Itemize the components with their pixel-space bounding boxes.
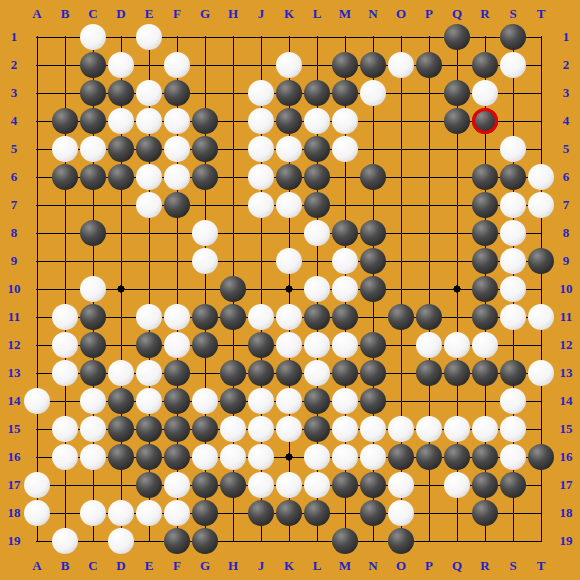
point-P16[interactable] [415, 443, 443, 471]
point-B8[interactable] [51, 219, 79, 247]
point-D17[interactable] [107, 471, 135, 499]
point-T16[interactable] [527, 443, 555, 471]
point-R17[interactable] [471, 471, 499, 499]
point-L13[interactable] [303, 359, 331, 387]
point-F10[interactable] [163, 275, 191, 303]
point-S14[interactable] [499, 387, 527, 415]
point-L4[interactable] [303, 107, 331, 135]
point-E15[interactable] [135, 415, 163, 443]
point-M10[interactable] [331, 275, 359, 303]
point-R4[interactable] [471, 107, 499, 135]
point-E14[interactable] [135, 387, 163, 415]
point-Q13[interactable] [443, 359, 471, 387]
point-P11[interactable] [415, 303, 443, 331]
point-R7[interactable] [471, 191, 499, 219]
point-P12[interactable] [415, 331, 443, 359]
point-L17[interactable] [303, 471, 331, 499]
point-F12[interactable] [163, 331, 191, 359]
point-S6[interactable] [499, 163, 527, 191]
point-Q11[interactable] [443, 303, 471, 331]
point-C2[interactable] [79, 51, 107, 79]
point-R18[interactable] [471, 499, 499, 527]
point-F17[interactable] [163, 471, 191, 499]
point-T19[interactable] [527, 527, 555, 555]
point-F2[interactable] [163, 51, 191, 79]
point-B12[interactable] [51, 331, 79, 359]
point-K5[interactable] [275, 135, 303, 163]
point-D5[interactable] [107, 135, 135, 163]
point-O8[interactable] [387, 219, 415, 247]
point-R11[interactable] [471, 303, 499, 331]
point-D12[interactable] [107, 331, 135, 359]
point-F8[interactable] [163, 219, 191, 247]
point-C4[interactable] [79, 107, 107, 135]
point-G15[interactable] [191, 415, 219, 443]
point-H4[interactable] [219, 107, 247, 135]
point-N18[interactable] [359, 499, 387, 527]
point-G12[interactable] [191, 331, 219, 359]
point-M19[interactable] [331, 527, 359, 555]
point-D11[interactable] [107, 303, 135, 331]
point-Q2[interactable] [443, 51, 471, 79]
point-P17[interactable] [415, 471, 443, 499]
point-T7[interactable] [527, 191, 555, 219]
point-L6[interactable] [303, 163, 331, 191]
point-J14[interactable] [247, 387, 275, 415]
point-Q12[interactable] [443, 331, 471, 359]
point-B4[interactable] [51, 107, 79, 135]
point-J18[interactable] [247, 499, 275, 527]
point-G4[interactable] [191, 107, 219, 135]
point-H2[interactable] [219, 51, 247, 79]
point-L3[interactable] [303, 79, 331, 107]
point-Q6[interactable] [443, 163, 471, 191]
point-P9[interactable] [415, 247, 443, 275]
point-C5[interactable] [79, 135, 107, 163]
point-S12[interactable] [499, 331, 527, 359]
point-H16[interactable] [219, 443, 247, 471]
point-S9[interactable] [499, 247, 527, 275]
point-B3[interactable] [51, 79, 79, 107]
point-H7[interactable] [219, 191, 247, 219]
point-K2[interactable] [275, 51, 303, 79]
point-R3[interactable] [471, 79, 499, 107]
point-D15[interactable] [107, 415, 135, 443]
point-D18[interactable] [107, 499, 135, 527]
point-O15[interactable] [387, 415, 415, 443]
point-N8[interactable] [359, 219, 387, 247]
point-L7[interactable] [303, 191, 331, 219]
point-C18[interactable] [79, 499, 107, 527]
point-Q18[interactable] [443, 499, 471, 527]
point-Q19[interactable] [443, 527, 471, 555]
point-N4[interactable] [359, 107, 387, 135]
point-T17[interactable] [527, 471, 555, 499]
point-K6[interactable] [275, 163, 303, 191]
point-G17[interactable] [191, 471, 219, 499]
point-J11[interactable] [247, 303, 275, 331]
point-R13[interactable] [471, 359, 499, 387]
point-R15[interactable] [471, 415, 499, 443]
point-H6[interactable] [219, 163, 247, 191]
point-C3[interactable] [79, 79, 107, 107]
point-N6[interactable] [359, 163, 387, 191]
point-E16[interactable] [135, 443, 163, 471]
point-G16[interactable] [191, 443, 219, 471]
point-L16[interactable] [303, 443, 331, 471]
point-F3[interactable] [163, 79, 191, 107]
point-D6[interactable] [107, 163, 135, 191]
point-M7[interactable] [331, 191, 359, 219]
point-M9[interactable] [331, 247, 359, 275]
point-J13[interactable] [247, 359, 275, 387]
point-B14[interactable] [51, 387, 79, 415]
point-E10[interactable] [135, 275, 163, 303]
point-K15[interactable] [275, 415, 303, 443]
point-L12[interactable] [303, 331, 331, 359]
point-G13[interactable] [191, 359, 219, 387]
point-S5[interactable] [499, 135, 527, 163]
point-B7[interactable] [51, 191, 79, 219]
point-K9[interactable] [275, 247, 303, 275]
point-G8[interactable] [191, 219, 219, 247]
point-B9[interactable] [51, 247, 79, 275]
point-T4[interactable] [527, 107, 555, 135]
point-H13[interactable] [219, 359, 247, 387]
point-S19[interactable] [499, 527, 527, 555]
point-C13[interactable] [79, 359, 107, 387]
point-F14[interactable] [163, 387, 191, 415]
point-J4[interactable] [247, 107, 275, 135]
point-H9[interactable] [219, 247, 247, 275]
point-M6[interactable] [331, 163, 359, 191]
point-C6[interactable] [79, 163, 107, 191]
point-J9[interactable] [247, 247, 275, 275]
point-D8[interactable] [107, 219, 135, 247]
point-C11[interactable] [79, 303, 107, 331]
point-O11[interactable] [387, 303, 415, 331]
point-M11[interactable] [331, 303, 359, 331]
point-K3[interactable] [275, 79, 303, 107]
point-L15[interactable] [303, 415, 331, 443]
point-D2[interactable] [107, 51, 135, 79]
point-K19[interactable] [275, 527, 303, 555]
point-H11[interactable] [219, 303, 247, 331]
point-L2[interactable] [303, 51, 331, 79]
point-P5[interactable] [415, 135, 443, 163]
point-G5[interactable] [191, 135, 219, 163]
point-Q3[interactable] [443, 79, 471, 107]
point-H5[interactable] [219, 135, 247, 163]
point-T2[interactable] [527, 51, 555, 79]
point-N7[interactable] [359, 191, 387, 219]
point-R10[interactable] [471, 275, 499, 303]
point-Q4[interactable] [443, 107, 471, 135]
point-N2[interactable] [359, 51, 387, 79]
point-G3[interactable] [191, 79, 219, 107]
point-P15[interactable] [415, 415, 443, 443]
point-E12[interactable] [135, 331, 163, 359]
point-O17[interactable] [387, 471, 415, 499]
point-B18[interactable] [51, 499, 79, 527]
point-C19[interactable] [79, 527, 107, 555]
point-B6[interactable] [51, 163, 79, 191]
point-R19[interactable] [471, 527, 499, 555]
point-T15[interactable] [527, 415, 555, 443]
point-Q5[interactable] [443, 135, 471, 163]
point-N14[interactable] [359, 387, 387, 415]
point-J10[interactable] [247, 275, 275, 303]
point-D16[interactable] [107, 443, 135, 471]
point-L10[interactable] [303, 275, 331, 303]
point-H10[interactable] [219, 275, 247, 303]
point-H12[interactable] [219, 331, 247, 359]
point-Q9[interactable] [443, 247, 471, 275]
point-H15[interactable] [219, 415, 247, 443]
point-L5[interactable] [303, 135, 331, 163]
point-T5[interactable] [527, 135, 555, 163]
point-C16[interactable] [79, 443, 107, 471]
point-B2[interactable] [51, 51, 79, 79]
point-N19[interactable] [359, 527, 387, 555]
point-K8[interactable] [275, 219, 303, 247]
point-E9[interactable] [135, 247, 163, 275]
point-P3[interactable] [415, 79, 443, 107]
point-L18[interactable] [303, 499, 331, 527]
point-O9[interactable] [387, 247, 415, 275]
point-B5[interactable] [51, 135, 79, 163]
point-L14[interactable] [303, 387, 331, 415]
point-S2[interactable] [499, 51, 527, 79]
point-T3[interactable] [527, 79, 555, 107]
point-N11[interactable] [359, 303, 387, 331]
point-J16[interactable] [247, 443, 275, 471]
point-G14[interactable] [191, 387, 219, 415]
point-B16[interactable] [51, 443, 79, 471]
point-F5[interactable] [163, 135, 191, 163]
point-E3[interactable] [135, 79, 163, 107]
point-O5[interactable] [387, 135, 415, 163]
point-Q15[interactable] [443, 415, 471, 443]
point-C8[interactable] [79, 219, 107, 247]
point-Q17[interactable] [443, 471, 471, 499]
point-J12[interactable] [247, 331, 275, 359]
point-H8[interactable] [219, 219, 247, 247]
point-M14[interactable] [331, 387, 359, 415]
point-N17[interactable] [359, 471, 387, 499]
point-K10[interactable] [275, 275, 303, 303]
point-C10[interactable] [79, 275, 107, 303]
point-S7[interactable] [499, 191, 527, 219]
point-G18[interactable] [191, 499, 219, 527]
point-G9[interactable] [191, 247, 219, 275]
point-D19[interactable] [107, 527, 135, 555]
point-B11[interactable] [51, 303, 79, 331]
point-K17[interactable] [275, 471, 303, 499]
point-J8[interactable] [247, 219, 275, 247]
point-P13[interactable] [415, 359, 443, 387]
point-M13[interactable] [331, 359, 359, 387]
point-O14[interactable] [387, 387, 415, 415]
point-P6[interactable] [415, 163, 443, 191]
point-C9[interactable] [79, 247, 107, 275]
point-P18[interactable] [415, 499, 443, 527]
point-K4[interactable] [275, 107, 303, 135]
point-G6[interactable] [191, 163, 219, 191]
point-B10[interactable] [51, 275, 79, 303]
point-O19[interactable] [387, 527, 415, 555]
point-F7[interactable] [163, 191, 191, 219]
point-O7[interactable] [387, 191, 415, 219]
point-D14[interactable] [107, 387, 135, 415]
point-B19[interactable] [51, 527, 79, 555]
point-B13[interactable] [51, 359, 79, 387]
point-T11[interactable] [527, 303, 555, 331]
point-R2[interactable] [471, 51, 499, 79]
point-N10[interactable] [359, 275, 387, 303]
point-N3[interactable] [359, 79, 387, 107]
point-G19[interactable] [191, 527, 219, 555]
point-R12[interactable] [471, 331, 499, 359]
point-N12[interactable] [359, 331, 387, 359]
point-E7[interactable] [135, 191, 163, 219]
point-M4[interactable] [331, 107, 359, 135]
point-M2[interactable] [331, 51, 359, 79]
point-H19[interactable] [219, 527, 247, 555]
point-P14[interactable] [415, 387, 443, 415]
point-F13[interactable] [163, 359, 191, 387]
point-O2[interactable] [387, 51, 415, 79]
point-O3[interactable] [387, 79, 415, 107]
point-T10[interactable] [527, 275, 555, 303]
point-C15[interactable] [79, 415, 107, 443]
point-J5[interactable] [247, 135, 275, 163]
point-E4[interactable] [135, 107, 163, 135]
point-K16[interactable] [275, 443, 303, 471]
point-D7[interactable] [107, 191, 135, 219]
point-T8[interactable] [527, 219, 555, 247]
point-L8[interactable] [303, 219, 331, 247]
point-G11[interactable] [191, 303, 219, 331]
point-G7[interactable] [191, 191, 219, 219]
point-P2[interactable] [415, 51, 443, 79]
point-R16[interactable] [471, 443, 499, 471]
point-G2[interactable] [191, 51, 219, 79]
point-J17[interactable] [247, 471, 275, 499]
point-C14[interactable] [79, 387, 107, 415]
point-N15[interactable] [359, 415, 387, 443]
point-L9[interactable] [303, 247, 331, 275]
point-D9[interactable] [107, 247, 135, 275]
point-B15[interactable] [51, 415, 79, 443]
point-H18[interactable] [219, 499, 247, 527]
point-P10[interactable] [415, 275, 443, 303]
point-E19[interactable] [135, 527, 163, 555]
point-S15[interactable] [499, 415, 527, 443]
point-M18[interactable] [331, 499, 359, 527]
point-J15[interactable] [247, 415, 275, 443]
point-M3[interactable] [331, 79, 359, 107]
point-M15[interactable] [331, 415, 359, 443]
point-E18[interactable] [135, 499, 163, 527]
point-P19[interactable] [415, 527, 443, 555]
point-T13[interactable] [527, 359, 555, 387]
point-S16[interactable] [499, 443, 527, 471]
point-H14[interactable] [219, 387, 247, 415]
point-S11[interactable] [499, 303, 527, 331]
point-R14[interactable] [471, 387, 499, 415]
point-E6[interactable] [135, 163, 163, 191]
point-O6[interactable] [387, 163, 415, 191]
point-K14[interactable] [275, 387, 303, 415]
point-S18[interactable] [499, 499, 527, 527]
point-F18[interactable] [163, 499, 191, 527]
point-N16[interactable] [359, 443, 387, 471]
point-J7[interactable] [247, 191, 275, 219]
point-O18[interactable] [387, 499, 415, 527]
point-F11[interactable] [163, 303, 191, 331]
point-O12[interactable] [387, 331, 415, 359]
point-J19[interactable] [247, 527, 275, 555]
point-Q10[interactable] [443, 275, 471, 303]
point-Q7[interactable] [443, 191, 471, 219]
point-S4[interactable] [499, 107, 527, 135]
point-E17[interactable] [135, 471, 163, 499]
point-M5[interactable] [331, 135, 359, 163]
point-O13[interactable] [387, 359, 415, 387]
point-P4[interactable] [415, 107, 443, 135]
point-E5[interactable] [135, 135, 163, 163]
point-F9[interactable] [163, 247, 191, 275]
point-D10[interactable] [107, 275, 135, 303]
point-M17[interactable] [331, 471, 359, 499]
point-R9[interactable] [471, 247, 499, 275]
point-H17[interactable] [219, 471, 247, 499]
point-F15[interactable] [163, 415, 191, 443]
point-T12[interactable] [527, 331, 555, 359]
point-D13[interactable] [107, 359, 135, 387]
point-M12[interactable] [331, 331, 359, 359]
point-R6[interactable] [471, 163, 499, 191]
point-E2[interactable] [135, 51, 163, 79]
point-N13[interactable] [359, 359, 387, 387]
point-J3[interactable] [247, 79, 275, 107]
point-E11[interactable] [135, 303, 163, 331]
point-M8[interactable] [331, 219, 359, 247]
point-G10[interactable] [191, 275, 219, 303]
point-S10[interactable] [499, 275, 527, 303]
point-E8[interactable] [135, 219, 163, 247]
point-S3[interactable] [499, 79, 527, 107]
point-R5[interactable] [471, 135, 499, 163]
point-C17[interactable] [79, 471, 107, 499]
point-L11[interactable] [303, 303, 331, 331]
point-H3[interactable] [219, 79, 247, 107]
point-Q14[interactable] [443, 387, 471, 415]
point-P8[interactable] [415, 219, 443, 247]
point-P7[interactable] [415, 191, 443, 219]
point-T6[interactable] [527, 163, 555, 191]
point-T18[interactable] [527, 499, 555, 527]
point-D3[interactable] [107, 79, 135, 107]
point-T14[interactable] [527, 387, 555, 415]
point-O10[interactable] [387, 275, 415, 303]
point-B17[interactable] [51, 471, 79, 499]
point-J6[interactable] [247, 163, 275, 191]
point-F19[interactable] [163, 527, 191, 555]
point-K7[interactable] [275, 191, 303, 219]
point-N9[interactable] [359, 247, 387, 275]
